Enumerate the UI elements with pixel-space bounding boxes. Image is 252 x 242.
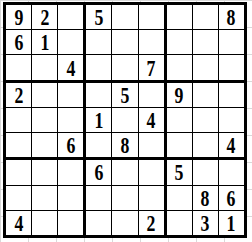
cell-r9c4[interactable]: [86, 211, 111, 235]
cell-r9c3[interactable]: [58, 211, 83, 235]
given-digit: 6: [94, 160, 103, 184]
cell-r9c9[interactable]: 1: [219, 211, 244, 235]
cell-r4c3[interactable]: [58, 83, 83, 107]
sudoku-board: 926145782651489446258631: [3, 2, 247, 238]
cell-r3c7[interactable]: [167, 55, 192, 79]
cell-r1c1[interactable]: 9: [6, 5, 31, 29]
cell-r7c5[interactable]: [112, 160, 137, 184]
box-2: 57: [86, 5, 163, 80]
cell-r1c3[interactable]: [58, 5, 83, 29]
cell-r1c8[interactable]: [193, 5, 218, 29]
given-digit: 7: [147, 56, 156, 80]
cell-r4c5[interactable]: 5: [112, 83, 137, 107]
cell-r3c8[interactable]: [193, 55, 218, 79]
page-background: 926145782651489446258631: [0, 0, 252, 242]
cell-r7c7[interactable]: 5: [167, 160, 192, 184]
cell-r5c1[interactable]: [6, 108, 31, 132]
box-1: 92614: [6, 5, 83, 80]
cell-r8c9[interactable]: 6: [219, 186, 244, 210]
cell-r5c6[interactable]: 4: [139, 108, 164, 132]
cell-r6c4[interactable]: [86, 133, 111, 157]
cell-r2c7[interactable]: [167, 30, 192, 54]
cell-r3c4[interactable]: [86, 55, 111, 79]
given-digit: 5: [175, 160, 184, 184]
cell-r1c9[interactable]: 8: [219, 5, 244, 29]
cell-r4c4[interactable]: [86, 83, 111, 107]
cell-r1c6[interactable]: [139, 5, 164, 29]
cell-r5c5[interactable]: [112, 108, 137, 132]
cell-r4c2[interactable]: [32, 83, 57, 107]
cell-r4c7[interactable]: 9: [167, 83, 192, 107]
cell-r2c2[interactable]: 1: [32, 30, 57, 54]
box-3: 8: [167, 5, 244, 80]
cell-r7c4[interactable]: 6: [86, 160, 111, 184]
given-digit: 8: [227, 5, 236, 29]
given-digit: 5: [94, 5, 103, 29]
given-digit: 8: [201, 186, 210, 210]
cell-r1c7[interactable]: [167, 5, 192, 29]
box-8: 62: [86, 160, 163, 235]
given-digit: 2: [14, 83, 23, 107]
cell-r6c2[interactable]: [32, 133, 57, 157]
cell-r9c5[interactable]: [112, 211, 137, 235]
cell-r7c3[interactable]: [58, 160, 83, 184]
cell-r3c1[interactable]: [6, 55, 31, 79]
cell-r1c2[interactable]: 2: [32, 5, 57, 29]
cell-r5c3[interactable]: [58, 108, 83, 132]
cell-r6c9[interactable]: 4: [219, 133, 244, 157]
given-digit: 4: [66, 56, 75, 80]
cell-r8c1[interactable]: [6, 186, 31, 210]
given-digit: 6: [66, 133, 75, 157]
given-digit: 6: [14, 30, 23, 54]
cell-r6c8[interactable]: [193, 133, 218, 157]
given-digit: 9: [175, 83, 184, 107]
cell-r4c6[interactable]: [139, 83, 164, 107]
cell-r6c6[interactable]: [139, 133, 164, 157]
cell-r3c5[interactable]: [112, 55, 137, 79]
cell-r8c4[interactable]: [86, 186, 111, 210]
given-digit: 4: [227, 133, 236, 157]
cell-r2c3[interactable]: [58, 30, 83, 54]
given-digit: 1: [94, 108, 103, 132]
cell-r9c8[interactable]: 3: [193, 211, 218, 235]
given-digit: 9: [14, 5, 23, 29]
cell-r7c8[interactable]: [193, 160, 218, 184]
box-4: 26: [6, 83, 83, 158]
cell-r9c7[interactable]: [167, 211, 192, 235]
cell-r6c3[interactable]: 6: [58, 133, 83, 157]
cell-r3c9[interactable]: [219, 55, 244, 79]
cell-r5c9[interactable]: [219, 108, 244, 132]
given-digit: 4: [14, 211, 23, 235]
given-digit: 5: [121, 83, 130, 107]
given-digit: 2: [147, 211, 156, 235]
cell-r8c2[interactable]: [32, 186, 57, 210]
given-digit: 1: [40, 30, 49, 54]
cell-r1c5[interactable]: [112, 5, 137, 29]
cell-r4c8[interactable]: [193, 83, 218, 107]
given-digit: 1: [227, 211, 236, 235]
cell-r3c3[interactable]: 4: [58, 55, 83, 79]
box-6: 94: [167, 83, 244, 158]
cell-r2c9[interactable]: [219, 30, 244, 54]
cell-r2c5[interactable]: [112, 30, 137, 54]
cell-r6c1[interactable]: [6, 133, 31, 157]
cell-r2c1[interactable]: 6: [6, 30, 31, 54]
cell-r8c7[interactable]: [167, 186, 192, 210]
given-digit: 4: [147, 108, 156, 132]
cell-r8c8[interactable]: 8: [193, 186, 218, 210]
given-digit: 8: [121, 133, 130, 157]
given-digit: 3: [201, 211, 210, 235]
cell-r7c9[interactable]: [219, 160, 244, 184]
cell-r2c6[interactable]: [139, 30, 164, 54]
cell-r5c4[interactable]: 1: [86, 108, 111, 132]
cell-r9c2[interactable]: [32, 211, 57, 235]
cell-r1c4[interactable]: 5: [86, 5, 111, 29]
cell-r4c1[interactable]: 2: [6, 83, 31, 107]
cell-r8c5[interactable]: [112, 186, 137, 210]
cell-r5c2[interactable]: [32, 108, 57, 132]
cell-r9c6[interactable]: 2: [139, 211, 164, 235]
box-5: 5148: [86, 83, 163, 158]
cell-r7c6[interactable]: [139, 160, 164, 184]
cell-r8c6[interactable]: [139, 186, 164, 210]
box-7: 4: [6, 160, 83, 235]
cell-r2c4[interactable]: [86, 30, 111, 54]
box-9: 58631: [167, 160, 244, 235]
cell-r6c7[interactable]: [167, 133, 192, 157]
cell-r9c1[interactable]: 4: [6, 211, 31, 235]
cell-r8c3[interactable]: [58, 186, 83, 210]
cell-r3c2[interactable]: [32, 55, 57, 79]
cell-r4c9[interactable]: [219, 83, 244, 107]
given-digit: 2: [40, 5, 49, 29]
cell-r5c8[interactable]: [193, 108, 218, 132]
given-digit: 6: [227, 186, 236, 210]
cell-r5c7[interactable]: [167, 108, 192, 132]
cell-r6c5[interactable]: 8: [112, 133, 137, 157]
cell-r3c6[interactable]: 7: [139, 55, 164, 79]
cell-r2c8[interactable]: [193, 30, 218, 54]
cell-r7c1[interactable]: [6, 160, 31, 184]
cell-r7c2[interactable]: [32, 160, 57, 184]
